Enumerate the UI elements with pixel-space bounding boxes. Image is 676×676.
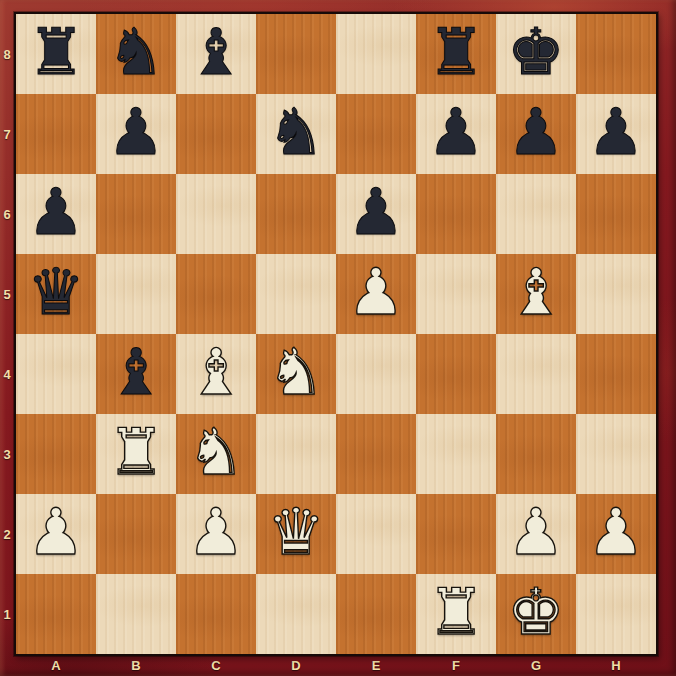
square-h7[interactable]: ♟ bbox=[576, 94, 656, 174]
white-rook-f1[interactable]: ♜ bbox=[427, 580, 484, 644]
square-h8[interactable] bbox=[576, 14, 656, 94]
square-g8[interactable]: ♚ bbox=[496, 14, 576, 94]
square-c6[interactable] bbox=[176, 174, 256, 254]
file-label-g: G bbox=[496, 654, 576, 676]
black-bishop-c8[interactable]: ♝ bbox=[187, 20, 244, 84]
file-labels: ABCDEFGH bbox=[16, 654, 656, 676]
rank-label-6: 6 bbox=[0, 174, 14, 254]
white-knight-c3[interactable]: ♞ bbox=[187, 420, 244, 484]
white-bishop-c4[interactable]: ♝ bbox=[187, 340, 244, 404]
square-f1[interactable]: ♜ bbox=[416, 574, 496, 654]
square-d6[interactable] bbox=[256, 174, 336, 254]
square-g4[interactable] bbox=[496, 334, 576, 414]
square-g6[interactable] bbox=[496, 174, 576, 254]
chessboard: ♜♞♝♜♚♟♞♟♟♟♟♟♛♟♝♝♝♞♜♞♟♟♛♟♟♜♚ bbox=[16, 14, 656, 654]
square-c5[interactable] bbox=[176, 254, 256, 334]
black-rook-a8[interactable]: ♜ bbox=[27, 20, 84, 84]
board-frame: ♜♞♝♜♚♟♞♟♟♟♟♟♛♟♝♝♝♞♜♞♟♟♛♟♟♜♚ bbox=[14, 12, 658, 656]
square-e7[interactable] bbox=[336, 94, 416, 174]
black-pawn-g7[interactable]: ♟ bbox=[507, 100, 564, 164]
file-label-h: H bbox=[576, 654, 656, 676]
black-pawn-a6[interactable]: ♟ bbox=[27, 180, 84, 244]
white-pawn-g2[interactable]: ♟ bbox=[507, 500, 564, 564]
square-e3[interactable] bbox=[336, 414, 416, 494]
square-a3[interactable] bbox=[16, 414, 96, 494]
white-pawn-c2[interactable]: ♟ bbox=[187, 500, 244, 564]
square-b1[interactable] bbox=[96, 574, 176, 654]
square-g2[interactable]: ♟ bbox=[496, 494, 576, 574]
file-label-e: E bbox=[336, 654, 416, 676]
square-d1[interactable] bbox=[256, 574, 336, 654]
square-b3[interactable]: ♜ bbox=[96, 414, 176, 494]
square-g1[interactable]: ♚ bbox=[496, 574, 576, 654]
square-e2[interactable] bbox=[336, 494, 416, 574]
white-bishop-g5[interactable]: ♝ bbox=[507, 260, 564, 324]
file-label-b: B bbox=[96, 654, 176, 676]
square-e1[interactable] bbox=[336, 574, 416, 654]
square-f8[interactable]: ♜ bbox=[416, 14, 496, 94]
black-pawn-e6[interactable]: ♟ bbox=[347, 180, 404, 244]
white-pawn-a2[interactable]: ♟ bbox=[27, 500, 84, 564]
square-b6[interactable] bbox=[96, 174, 176, 254]
square-b8[interactable]: ♞ bbox=[96, 14, 176, 94]
square-c7[interactable] bbox=[176, 94, 256, 174]
white-king-g1[interactable]: ♚ bbox=[507, 580, 564, 644]
square-d4[interactable]: ♞ bbox=[256, 334, 336, 414]
square-c2[interactable]: ♟ bbox=[176, 494, 256, 574]
square-d2[interactable]: ♛ bbox=[256, 494, 336, 574]
square-a5[interactable]: ♛ bbox=[16, 254, 96, 334]
square-f6[interactable] bbox=[416, 174, 496, 254]
black-rook-f8[interactable]: ♜ bbox=[427, 20, 484, 84]
square-g7[interactable]: ♟ bbox=[496, 94, 576, 174]
square-b7[interactable]: ♟ bbox=[96, 94, 176, 174]
square-a8[interactable]: ♜ bbox=[16, 14, 96, 94]
square-b5[interactable] bbox=[96, 254, 176, 334]
black-queen-a5[interactable]: ♛ bbox=[27, 260, 84, 324]
white-queen-d2[interactable]: ♛ bbox=[267, 500, 324, 564]
square-d3[interactable] bbox=[256, 414, 336, 494]
square-f4[interactable] bbox=[416, 334, 496, 414]
square-e6[interactable]: ♟ bbox=[336, 174, 416, 254]
square-d7[interactable]: ♞ bbox=[256, 94, 336, 174]
rank-label-8: 8 bbox=[0, 14, 14, 94]
square-b2[interactable] bbox=[96, 494, 176, 574]
chess-app-window: 87654321 ABCDEFGH ♜♞♝♜♚♟♞♟♟♟♟♟♛♟♝♝♝♞♜♞♟♟… bbox=[0, 0, 676, 676]
square-d5[interactable] bbox=[256, 254, 336, 334]
file-label-f: F bbox=[416, 654, 496, 676]
white-pawn-h2[interactable]: ♟ bbox=[587, 500, 644, 564]
white-knight-d4[interactable]: ♞ bbox=[267, 340, 324, 404]
square-h2[interactable]: ♟ bbox=[576, 494, 656, 574]
square-h4[interactable] bbox=[576, 334, 656, 414]
rank-label-1: 1 bbox=[0, 574, 14, 654]
square-e5[interactable]: ♟ bbox=[336, 254, 416, 334]
rank-label-3: 3 bbox=[0, 414, 14, 494]
black-king-g8[interactable]: ♚ bbox=[507, 20, 564, 84]
file-label-c: C bbox=[176, 654, 256, 676]
black-pawn-h7[interactable]: ♟ bbox=[587, 100, 644, 164]
square-g5[interactable]: ♝ bbox=[496, 254, 576, 334]
square-a2[interactable]: ♟ bbox=[16, 494, 96, 574]
white-rook-b3[interactable]: ♜ bbox=[107, 420, 164, 484]
square-a4[interactable] bbox=[16, 334, 96, 414]
square-c3[interactable]: ♞ bbox=[176, 414, 256, 494]
square-a7[interactable] bbox=[16, 94, 96, 174]
square-f5[interactable] bbox=[416, 254, 496, 334]
square-g3[interactable] bbox=[496, 414, 576, 494]
square-a1[interactable] bbox=[16, 574, 96, 654]
square-b4[interactable]: ♝ bbox=[96, 334, 176, 414]
square-h5[interactable] bbox=[576, 254, 656, 334]
rank-label-5: 5 bbox=[0, 254, 14, 334]
file-label-a: A bbox=[16, 654, 96, 676]
square-f7[interactable]: ♟ bbox=[416, 94, 496, 174]
square-c1[interactable] bbox=[176, 574, 256, 654]
white-pawn-e5[interactable]: ♟ bbox=[347, 260, 404, 324]
square-h1[interactable] bbox=[576, 574, 656, 654]
black-bishop-b4[interactable]: ♝ bbox=[107, 340, 164, 404]
square-c4[interactable]: ♝ bbox=[176, 334, 256, 414]
rank-label-7: 7 bbox=[0, 94, 14, 174]
square-f3[interactable] bbox=[416, 414, 496, 494]
black-knight-b8[interactable]: ♞ bbox=[107, 20, 164, 84]
square-h3[interactable] bbox=[576, 414, 656, 494]
black-pawn-f7[interactable]: ♟ bbox=[427, 100, 484, 164]
square-e8[interactable] bbox=[336, 14, 416, 94]
rank-labels: 87654321 bbox=[0, 14, 14, 654]
file-label-d: D bbox=[256, 654, 336, 676]
square-h6[interactable] bbox=[576, 174, 656, 254]
black-knight-d7[interactable]: ♞ bbox=[267, 100, 324, 164]
black-pawn-b7[interactable]: ♟ bbox=[107, 100, 164, 164]
square-e4[interactable] bbox=[336, 334, 416, 414]
rank-label-2: 2 bbox=[0, 494, 14, 574]
square-c8[interactable]: ♝ bbox=[176, 14, 256, 94]
square-f2[interactable] bbox=[416, 494, 496, 574]
rank-label-4: 4 bbox=[0, 334, 14, 414]
square-d8[interactable] bbox=[256, 14, 336, 94]
square-a6[interactable]: ♟ bbox=[16, 174, 96, 254]
